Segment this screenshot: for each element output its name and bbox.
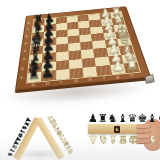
chess-board: ♜♟♟♜♞♟♟♞♝♟♟♝♚♟♟♚♛♟♟♛♝♟♟♝♞♟♟♞♜♟♟♜ abcdefg…	[15, 6, 151, 90]
stored-piece: ♞	[157, 113, 160, 124]
coordinate-label: 2	[21, 66, 25, 71]
stored-piece: ♛	[128, 113, 138, 124]
board-frame: ♜♟♟♜♞♟♟♞♝♟♟♝♚♟♟♚♛♟♟♛♝♟♟♝♞♟♟♞♜♟♟♜ abcdefg…	[15, 6, 151, 90]
coordinate-label: 8	[27, 21, 30, 24]
chess-piece-wR: ♜	[110, 5, 122, 18]
board-square	[56, 36, 68, 45]
coordinate-label: 1	[19, 75, 23, 80]
board-square	[67, 35, 80, 43]
board-square: ♛	[117, 38, 132, 47]
board-square: ♟	[103, 32, 117, 40]
board-square	[56, 29, 68, 37]
rack-black-pieces: ♟♜♞♝♛♚♝♞	[88, 113, 146, 124]
coordinate-label: 3	[22, 57, 26, 61]
coordinate-label: 7	[26, 28, 29, 32]
chess-piece-bP: ♟	[44, 12, 56, 25]
knight-logo-icon: ♞	[114, 126, 120, 133]
coordinate-label: 6	[25, 34, 28, 38]
coordinate-label: 5	[24, 41, 28, 45]
board-square: ♛	[30, 46, 43, 55]
stored-piece: ♝	[118, 113, 128, 124]
stored-piece: ♞	[108, 113, 118, 124]
stored-piece: ♝	[147, 113, 157, 124]
metal-clasp-icon	[144, 74, 154, 84]
coordinate-label: a	[31, 81, 35, 86]
coordinate-label: g	[115, 73, 120, 78]
board-square	[56, 44, 69, 53]
product-photo: ♜♟♟♜♞♟♟♞♝♟♟♝♚♟♟♚♛♟♟♛♝♟♟♝♞♟♟♞♜♟♟♜ abcdefg…	[0, 0, 160, 160]
stored-piece: ♚	[137, 113, 147, 124]
board-square: ♚	[115, 31, 129, 39]
board-square	[79, 34, 92, 42]
main-board-photo: ♜♟♟♜♞♟♟♞♝♟♟♝♚♟♟♚♛♟♟♛♝♟♟♝♞♟♟♞♜♟♟♜ abcdefg…	[0, 0, 160, 112]
stored-piece: ♜	[98, 113, 108, 124]
floor-backdrop	[0, 138, 160, 160]
board-square: ♟	[43, 37, 55, 46]
chess-piece-bR: ♜	[33, 13, 45, 26]
coordinate-label: c	[60, 79, 63, 84]
coordinate-label: 4	[23, 49, 27, 53]
stored-piece: ♟	[88, 113, 98, 124]
